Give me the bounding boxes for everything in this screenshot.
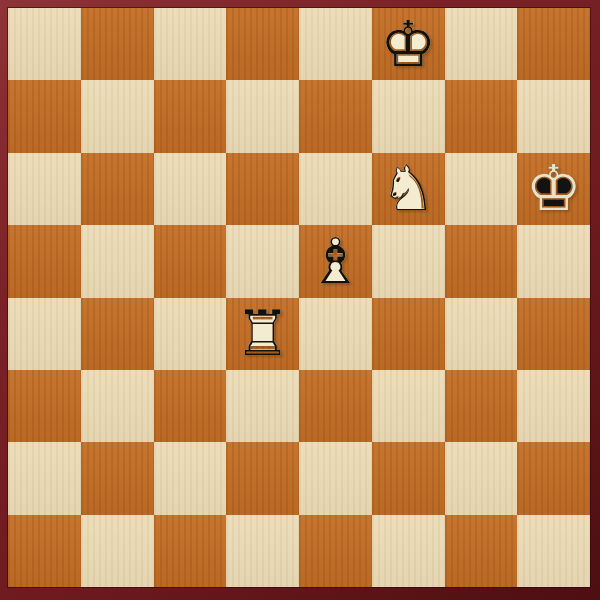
square-b8[interactable] bbox=[81, 8, 154, 80]
piece-outline-layer: ♔ bbox=[372, 8, 445, 80]
square-g2[interactable] bbox=[445, 442, 518, 514]
square-b4[interactable] bbox=[81, 298, 154, 370]
square-h2[interactable] bbox=[517, 442, 590, 514]
square-a2[interactable] bbox=[8, 442, 81, 514]
white-bishop[interactable]: ♝♗ bbox=[299, 225, 372, 297]
square-f4[interactable] bbox=[372, 298, 445, 370]
square-a5[interactable] bbox=[8, 225, 81, 297]
square-f6[interactable]: ♞♘ bbox=[372, 153, 445, 225]
square-e3[interactable] bbox=[299, 370, 372, 442]
square-c6[interactable] bbox=[154, 153, 227, 225]
white-knight[interactable]: ♞♘ bbox=[372, 153, 445, 225]
square-d1[interactable] bbox=[226, 515, 299, 587]
square-g8[interactable] bbox=[445, 8, 518, 80]
square-h1[interactable] bbox=[517, 515, 590, 587]
square-e2[interactable] bbox=[299, 442, 372, 514]
square-h6[interactable]: ♚♔ bbox=[517, 153, 590, 225]
square-b5[interactable] bbox=[81, 225, 154, 297]
square-f1[interactable] bbox=[372, 515, 445, 587]
square-a1[interactable] bbox=[8, 515, 81, 587]
square-f2[interactable] bbox=[372, 442, 445, 514]
square-f8[interactable]: ♚♔ bbox=[372, 8, 445, 80]
square-f3[interactable] bbox=[372, 370, 445, 442]
square-h5[interactable] bbox=[517, 225, 590, 297]
square-h8[interactable] bbox=[517, 8, 590, 80]
square-g7[interactable] bbox=[445, 80, 518, 152]
square-d8[interactable] bbox=[226, 8, 299, 80]
square-d4[interactable]: ♜♖ bbox=[226, 298, 299, 370]
square-a6[interactable] bbox=[8, 153, 81, 225]
square-d7[interactable] bbox=[226, 80, 299, 152]
square-b1[interactable] bbox=[81, 515, 154, 587]
black-king[interactable]: ♚♔ bbox=[517, 153, 590, 225]
square-e1[interactable] bbox=[299, 515, 372, 587]
square-b7[interactable] bbox=[81, 80, 154, 152]
square-b3[interactable] bbox=[81, 370, 154, 442]
square-e8[interactable] bbox=[299, 8, 372, 80]
square-g5[interactable] bbox=[445, 225, 518, 297]
square-c3[interactable] bbox=[154, 370, 227, 442]
chess-board: ♚♔♞♘♚♔♝♗♜♖ bbox=[8, 8, 590, 587]
square-g4[interactable] bbox=[445, 298, 518, 370]
square-c5[interactable] bbox=[154, 225, 227, 297]
white-king[interactable]: ♚♔ bbox=[372, 8, 445, 80]
square-a4[interactable] bbox=[8, 298, 81, 370]
square-c2[interactable] bbox=[154, 442, 227, 514]
square-d2[interactable] bbox=[226, 442, 299, 514]
piece-outline-layer: ♘ bbox=[372, 153, 445, 225]
square-h7[interactable] bbox=[517, 80, 590, 152]
square-e7[interactable] bbox=[299, 80, 372, 152]
square-f5[interactable] bbox=[372, 225, 445, 297]
square-d6[interactable] bbox=[226, 153, 299, 225]
square-h4[interactable] bbox=[517, 298, 590, 370]
square-c1[interactable] bbox=[154, 515, 227, 587]
square-b6[interactable] bbox=[81, 153, 154, 225]
square-d5[interactable] bbox=[226, 225, 299, 297]
square-g1[interactable] bbox=[445, 515, 518, 587]
square-d3[interactable] bbox=[226, 370, 299, 442]
square-b2[interactable] bbox=[81, 442, 154, 514]
square-c4[interactable] bbox=[154, 298, 227, 370]
white-rook[interactable]: ♜♖ bbox=[226, 298, 299, 370]
square-a7[interactable] bbox=[8, 80, 81, 152]
square-g6[interactable] bbox=[445, 153, 518, 225]
square-g3[interactable] bbox=[445, 370, 518, 442]
piece-outline-layer: ♖ bbox=[226, 298, 299, 370]
chess-board-frame: ♚♔♞♘♚♔♝♗♜♖ bbox=[0, 0, 600, 600]
square-h3[interactable] bbox=[517, 370, 590, 442]
piece-outline-layer: ♗ bbox=[299, 225, 372, 297]
square-a8[interactable] bbox=[8, 8, 81, 80]
square-e6[interactable] bbox=[299, 153, 372, 225]
square-a3[interactable] bbox=[8, 370, 81, 442]
square-c7[interactable] bbox=[154, 80, 227, 152]
piece-outline-layer: ♔ bbox=[517, 153, 590, 225]
square-f7[interactable] bbox=[372, 80, 445, 152]
square-e4[interactable] bbox=[299, 298, 372, 370]
square-e5[interactable]: ♝♗ bbox=[299, 225, 372, 297]
square-c8[interactable] bbox=[154, 8, 227, 80]
